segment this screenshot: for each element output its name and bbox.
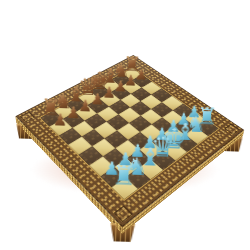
piece-white-pawn: ♟ bbox=[47, 112, 72, 128]
product-photo-scene: ♜♟♟♜♞♟♟♞♝♟♟♝♚♟♟♚♛♟♟♛♝♟♟♝♞♟♟♞♜♟♟♜ bbox=[0, 0, 250, 250]
board-grid: ♜♟♟♜♞♟♟♞♝♟♟♝♚♟♟♚♛♟♟♛♝♟♟♝♞♟♟♞♜♟♟♜ bbox=[39, 67, 220, 201]
perspective-container: ♜♟♟♜♞♟♟♞♝♟♟♝♚♟♟♚♛♟♟♛♝♟♟♝♞♟♟♞♜♟♟♜ bbox=[0, 0, 250, 250]
corner-ornament bbox=[224, 124, 240, 135]
corner-ornament bbox=[20, 112, 35, 123]
piece-black-rook: ♜ bbox=[110, 163, 139, 190]
chess-board: ♜♟♟♜♞♟♟♞♝♟♟♝♚♟♟♚♛♟♟♛♝♟♟♝♞♟♟♞♜♟♟♜ bbox=[15, 55, 244, 227]
